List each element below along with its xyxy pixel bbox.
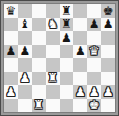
piece-black-bishop: ♝ — [19, 18, 30, 30]
square-h6 — [101, 31, 115, 45]
square-c5 — [32, 45, 46, 59]
square-b2 — [18, 85, 32, 99]
square-c8 — [32, 4, 46, 18]
piece-white-pawn: ♟ — [75, 86, 86, 98]
piece-black-pawn: ♟ — [89, 18, 100, 30]
square-c2 — [32, 85, 46, 99]
square-g3 — [87, 72, 101, 86]
square-d6 — [46, 31, 60, 45]
square-c6 — [32, 31, 46, 45]
square-f2: ♟ — [73, 85, 87, 99]
piece-white-pawn: ♟ — [6, 86, 17, 98]
square-e2 — [60, 85, 74, 99]
square-h5 — [101, 45, 115, 59]
square-d4 — [46, 58, 60, 72]
square-f6 — [73, 31, 87, 45]
square-g2: ♟ — [87, 85, 101, 99]
square-h2: ♟ — [101, 85, 115, 99]
square-c3 — [32, 72, 46, 86]
square-g8 — [87, 4, 101, 18]
chess-board: ♛♜♚♝♞♜♟♟♟♟♟♟♛♟♜♟♟♟♟♜♚ — [4, 4, 115, 112]
square-b8 — [18, 4, 32, 18]
square-a4 — [4, 58, 18, 72]
piece-black-rook: ♜ — [61, 18, 72, 30]
square-h7: ♟ — [101, 18, 115, 32]
square-g1: ♚ — [87, 99, 101, 113]
square-g6 — [87, 31, 101, 45]
piece-white-pawn: ♟ — [19, 72, 30, 84]
piece-white-pawn: ♟ — [89, 86, 100, 98]
piece-white-pawn: ♟ — [103, 86, 114, 98]
square-g5: ♛ — [87, 45, 101, 59]
square-a8: ♛ — [4, 4, 18, 18]
piece-white-knight: ♞ — [47, 18, 58, 30]
square-f3 — [73, 72, 87, 86]
piece-black-pawn: ♟ — [75, 45, 86, 57]
square-b1 — [18, 99, 32, 113]
square-g7: ♟ — [87, 18, 101, 32]
square-c1: ♜ — [32, 99, 46, 113]
square-g4 — [87, 58, 101, 72]
square-f8 — [73, 4, 87, 18]
square-b7: ♝ — [18, 18, 32, 32]
square-a6 — [4, 31, 18, 45]
piece-white-rook: ♜ — [33, 99, 44, 111]
square-c4 — [32, 58, 46, 72]
square-a7 — [4, 18, 18, 32]
piece-black-pawn: ♟ — [61, 32, 72, 44]
square-f5: ♟ — [73, 45, 87, 59]
piece-black-king: ♚ — [103, 5, 114, 17]
square-a2: ♟ — [4, 85, 18, 99]
square-a5: ♟ — [4, 45, 18, 59]
square-c7 — [32, 18, 46, 32]
square-d5 — [46, 45, 60, 59]
square-d3: ♜ — [46, 72, 60, 86]
piece-black-queen: ♛ — [6, 5, 17, 17]
piece-black-pawn: ♟ — [19, 45, 30, 57]
piece-black-rook: ♜ — [61, 5, 72, 17]
piece-white-rook: ♜ — [47, 72, 58, 84]
square-h8: ♚ — [101, 4, 115, 18]
square-b5: ♟ — [18, 45, 32, 59]
square-f7 — [73, 18, 87, 32]
square-d8 — [46, 4, 60, 18]
chess-board-frame: ♛♜♚♝♞♜♟♟♟♟♟♟♛♟♜♟♟♟♟♜♚ — [0, 0, 119, 116]
square-e4 — [60, 58, 74, 72]
square-h1 — [101, 99, 115, 113]
square-b6 — [18, 31, 32, 45]
square-h4 — [101, 58, 115, 72]
square-d2 — [46, 85, 60, 99]
piece-white-queen: ♛ — [89, 45, 100, 57]
square-e5 — [60, 45, 74, 59]
square-a3 — [4, 72, 18, 86]
square-b3: ♟ — [18, 72, 32, 86]
square-e3 — [60, 72, 74, 86]
square-e1 — [60, 99, 74, 113]
square-f1 — [73, 99, 87, 113]
square-h3 — [101, 72, 115, 86]
square-d1 — [46, 99, 60, 113]
square-e8: ♜ — [60, 4, 74, 18]
piece-black-pawn: ♟ — [6, 45, 17, 57]
square-e7: ♜ — [60, 18, 74, 32]
square-e6: ♟ — [60, 31, 74, 45]
square-d7: ♞ — [46, 18, 60, 32]
square-f4 — [73, 58, 87, 72]
square-b4 — [18, 58, 32, 72]
piece-black-pawn: ♟ — [103, 18, 114, 30]
square-a1 — [4, 99, 18, 113]
piece-white-king: ♚ — [89, 99, 100, 111]
